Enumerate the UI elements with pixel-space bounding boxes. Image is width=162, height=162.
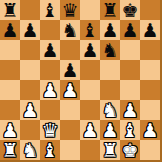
square-d6[interactable] <box>60 40 80 60</box>
piece-white-bishop: ♝ <box>41 140 58 160</box>
square-h1[interactable] <box>140 140 160 160</box>
square-c2[interactable]: ♛ <box>40 120 60 140</box>
piece-black-rook: ♜ <box>101 0 118 20</box>
piece-black-knight: ♞ <box>61 20 78 40</box>
square-f2[interactable]: ♟ <box>100 120 120 140</box>
piece-white-knight: ♞ <box>21 140 38 160</box>
chess-board: ♜♝♛♜♚♟♟♞♝♟♟♟♟♟♞♟♟♟♟♞♟♟♛♟♟♝♟♜♞♝♜♚ <box>0 0 162 162</box>
square-f5[interactable] <box>100 60 120 80</box>
square-e3[interactable] <box>80 100 100 120</box>
piece-black-pawn: ♟ <box>61 60 78 80</box>
square-c7[interactable] <box>40 20 60 40</box>
square-f6[interactable]: ♞ <box>100 40 120 60</box>
square-d3[interactable] <box>60 100 80 120</box>
square-c8[interactable]: ♝ <box>40 0 60 20</box>
piece-white-pawn: ♟ <box>141 120 158 140</box>
square-b7[interactable]: ♟ <box>20 20 40 40</box>
square-c1[interactable]: ♝ <box>40 140 60 160</box>
piece-black-pawn: ♟ <box>101 20 118 40</box>
piece-white-pawn: ♟ <box>81 120 98 140</box>
square-f3[interactable]: ♞ <box>100 100 120 120</box>
square-e7[interactable]: ♝ <box>80 20 100 40</box>
square-h5[interactable] <box>140 60 160 80</box>
square-f7[interactable]: ♟ <box>100 20 120 40</box>
square-g7[interactable]: ♟ <box>120 20 140 40</box>
square-d4[interactable]: ♟ <box>60 80 80 100</box>
square-g3[interactable]: ♟ <box>120 100 140 120</box>
piece-white-rook: ♜ <box>101 140 118 160</box>
square-d7[interactable]: ♞ <box>60 20 80 40</box>
square-a8[interactable]: ♜ <box>0 0 20 20</box>
piece-white-pawn: ♟ <box>101 120 118 140</box>
square-b8[interactable] <box>20 0 40 20</box>
chess-board-container: ♜♝♛♜♚♟♟♞♝♟♟♟♟♟♞♟♟♟♟♞♟♟♛♟♟♝♟♜♞♝♜♚ <box>0 0 162 162</box>
square-g8[interactable]: ♚ <box>120 0 140 20</box>
square-c4[interactable]: ♟ <box>40 80 60 100</box>
square-g2[interactable]: ♝ <box>120 120 140 140</box>
piece-white-pawn: ♟ <box>121 100 138 120</box>
square-h7[interactable]: ♟ <box>140 20 160 40</box>
piece-black-pawn: ♟ <box>1 20 18 40</box>
square-d5[interactable]: ♟ <box>60 60 80 80</box>
piece-white-pawn: ♟ <box>21 100 38 120</box>
piece-black-queen: ♛ <box>61 0 78 20</box>
square-b1[interactable]: ♞ <box>20 140 40 160</box>
square-h2[interactable]: ♟ <box>140 120 160 140</box>
square-a3[interactable] <box>0 100 20 120</box>
square-c5[interactable] <box>40 60 60 80</box>
square-h8[interactable] <box>140 0 160 20</box>
square-f1[interactable]: ♜ <box>100 140 120 160</box>
piece-black-rook: ♜ <box>1 0 18 20</box>
piece-white-rook: ♜ <box>1 140 18 160</box>
square-a5[interactable] <box>0 60 20 80</box>
square-b4[interactable] <box>20 80 40 100</box>
piece-white-queen: ♛ <box>41 120 58 140</box>
square-a2[interactable]: ♟ <box>0 120 20 140</box>
piece-white-king: ♚ <box>121 140 138 160</box>
square-h6[interactable] <box>140 40 160 60</box>
square-d1[interactable] <box>60 140 80 160</box>
piece-black-pawn: ♟ <box>81 40 98 60</box>
piece-white-pawn: ♟ <box>1 120 18 140</box>
piece-black-pawn: ♟ <box>121 20 138 40</box>
square-e5[interactable] <box>80 60 100 80</box>
piece-black-pawn: ♟ <box>21 20 38 40</box>
square-d2[interactable] <box>60 120 80 140</box>
square-a4[interactable] <box>0 80 20 100</box>
piece-white-knight: ♞ <box>101 100 118 120</box>
square-h4[interactable] <box>140 80 160 100</box>
square-c3[interactable] <box>40 100 60 120</box>
square-b3[interactable]: ♟ <box>20 100 40 120</box>
square-g5[interactable] <box>120 60 140 80</box>
square-c6[interactable]: ♟ <box>40 40 60 60</box>
square-f4[interactable] <box>100 80 120 100</box>
square-a7[interactable]: ♟ <box>0 20 20 40</box>
square-e8[interactable] <box>80 0 100 20</box>
square-g1[interactable]: ♚ <box>120 140 140 160</box>
piece-white-pawn: ♟ <box>41 80 58 100</box>
square-d8[interactable]: ♛ <box>60 0 80 20</box>
square-a6[interactable] <box>0 40 20 60</box>
square-g6[interactable] <box>120 40 140 60</box>
square-b5[interactable] <box>20 60 40 80</box>
square-e1[interactable] <box>80 140 100 160</box>
square-e2[interactable]: ♟ <box>80 120 100 140</box>
square-b6[interactable] <box>20 40 40 60</box>
square-b2[interactable] <box>20 120 40 140</box>
square-g4[interactable] <box>120 80 140 100</box>
square-f8[interactable]: ♜ <box>100 0 120 20</box>
piece-black-bishop: ♝ <box>41 0 58 20</box>
square-a1[interactable]: ♜ <box>0 140 20 160</box>
piece-white-pawn: ♟ <box>61 80 78 100</box>
square-h3[interactable] <box>140 100 160 120</box>
square-e4[interactable] <box>80 80 100 100</box>
piece-black-pawn: ♟ <box>141 20 158 40</box>
piece-black-bishop: ♝ <box>81 20 98 40</box>
piece-black-pawn: ♟ <box>41 40 58 60</box>
piece-black-king: ♚ <box>121 0 138 20</box>
piece-black-knight: ♞ <box>101 40 118 60</box>
piece-white-bishop: ♝ <box>121 120 138 140</box>
square-e6[interactable]: ♟ <box>80 40 100 60</box>
